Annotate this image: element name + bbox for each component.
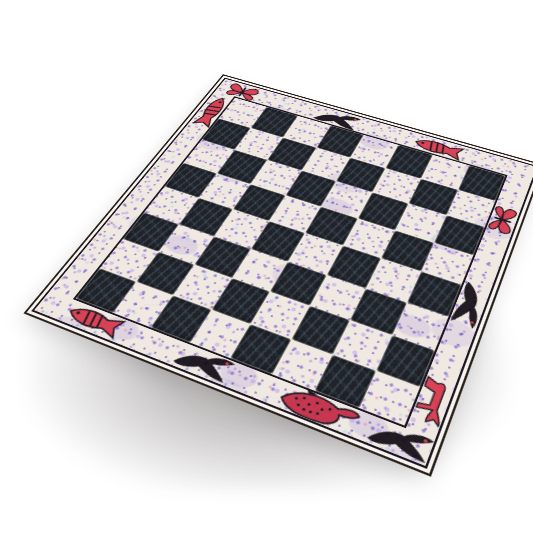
scene: ♜♞♝♛♚♝♞♜♟♟♟♟♟♟♟♟♟♟♟♟♟♟♟♟♜♞♝♛♚♝♞♜ — [0, 0, 533, 533]
black-pawn-glyph: ♟ — [119, 251, 167, 305]
white-rook-glyph: ♜ — [356, 326, 422, 399]
